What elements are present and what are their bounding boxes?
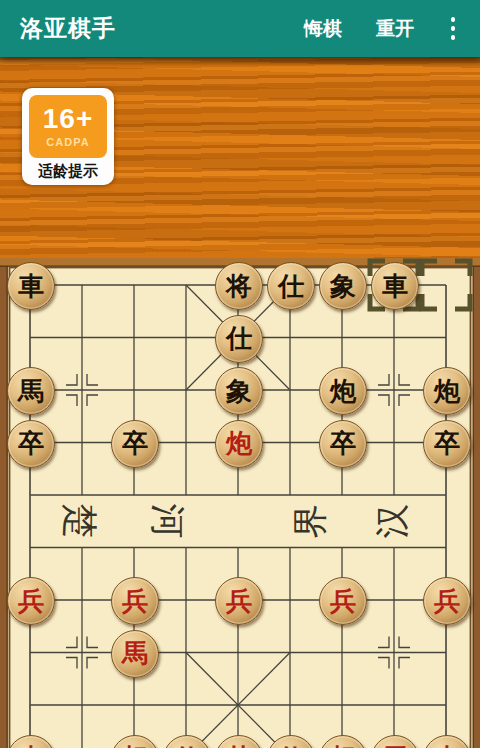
piece-red-cannon[interactable]: 炮: [215, 420, 263, 468]
app-screen: 洛亚棋手 悔棋 重开 16+ CADPA 适龄提示 楚 河 界 汉 車将仕象車仕…: [0, 0, 480, 748]
piece-black-chariot[interactable]: 車: [7, 262, 55, 310]
piece-red-soldier[interactable]: 兵: [423, 577, 471, 625]
piece-red-horse[interactable]: 馬: [371, 735, 419, 748]
piece-red-elephant[interactable]: 相: [319, 735, 367, 748]
xiangqi-board[interactable]: 楚 河 界 汉 車将仕象車仕馬象炮炮卒卒卒卒炮兵兵兵兵兵馬車相仕帅仕相馬車: [0, 258, 480, 748]
piece-black-chariot[interactable]: 車: [371, 262, 419, 310]
undo-move-button[interactable]: 悔棋: [300, 8, 346, 50]
app-title: 洛亚棋手: [20, 13, 116, 44]
app-bar-actions: 悔棋 重开: [300, 8, 480, 50]
piece-layer: 車将仕象車仕馬象炮炮卒卒卒卒炮兵兵兵兵兵馬車相仕帅仕相馬車: [0, 258, 480, 748]
age-rating-value: 16+: [43, 105, 94, 133]
age-rating-panel: 16+ CADPA: [29, 95, 107, 158]
piece-black-cannon[interactable]: 炮: [423, 367, 471, 415]
piece-red-general[interactable]: 帅: [215, 735, 263, 748]
piece-black-general[interactable]: 将: [215, 262, 263, 310]
wood-background: 16+ CADPA 适龄提示: [0, 57, 480, 258]
age-rating-caption: 适龄提示: [29, 162, 107, 181]
piece-red-advisor[interactable]: 仕: [163, 735, 211, 748]
age-rating-org: CADPA: [46, 136, 89, 148]
app-bar: 洛亚棋手 悔棋 重开: [0, 0, 480, 57]
piece-black-soldier[interactable]: 卒: [319, 420, 367, 468]
restart-button[interactable]: 重开: [372, 8, 418, 50]
piece-black-horse[interactable]: 馬: [7, 367, 55, 415]
piece-red-advisor[interactable]: 仕: [267, 735, 315, 748]
age-rating-badge: 16+ CADPA 适龄提示: [22, 88, 114, 185]
piece-red-chariot[interactable]: 車: [7, 735, 55, 748]
piece-black-advisor[interactable]: 仕: [267, 262, 315, 310]
piece-black-elephant[interactable]: 象: [215, 367, 263, 415]
piece-black-cannon[interactable]: 炮: [319, 367, 367, 415]
piece-red-soldier[interactable]: 兵: [7, 577, 55, 625]
piece-black-soldier[interactable]: 卒: [7, 420, 55, 468]
piece-red-horse[interactable]: 馬: [111, 630, 159, 678]
piece-black-advisor[interactable]: 仕: [215, 315, 263, 363]
kebab-menu-icon[interactable]: [440, 14, 466, 44]
piece-black-soldier[interactable]: 卒: [423, 420, 471, 468]
piece-red-elephant[interactable]: 相: [111, 735, 159, 748]
piece-red-soldier[interactable]: 兵: [215, 577, 263, 625]
piece-black-soldier[interactable]: 卒: [111, 420, 159, 468]
piece-black-elephant[interactable]: 象: [319, 262, 367, 310]
piece-red-chariot[interactable]: 車: [423, 735, 471, 748]
piece-red-soldier[interactable]: 兵: [111, 577, 159, 625]
piece-red-soldier[interactable]: 兵: [319, 577, 367, 625]
